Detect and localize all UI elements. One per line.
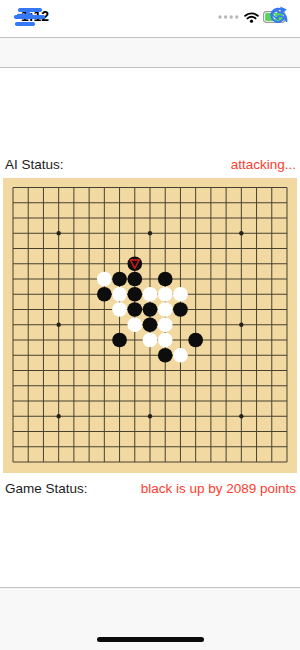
board-grid <box>3 178 297 473</box>
black-stone <box>127 302 142 317</box>
white-stone <box>158 287 173 302</box>
app-screen: 1:12 AI Status: attacking. <box>0 0 300 650</box>
white-stone <box>158 317 173 332</box>
black-stone <box>143 317 158 332</box>
black-stone <box>158 348 173 363</box>
restart-game-button[interactable] <box>269 6 287 25</box>
game-status-row: Game Status: black is up by 2089 points <box>5 481 296 496</box>
refresh-icon <box>269 6 287 25</box>
white-stone <box>158 333 173 348</box>
cellular-signal-icon <box>218 14 240 20</box>
white-stone <box>112 287 127 302</box>
white-stone <box>173 348 188 363</box>
black-stone <box>112 333 127 348</box>
black-stone <box>158 272 173 287</box>
black-stone <box>188 333 203 348</box>
home-indicator[interactable] <box>97 637 204 642</box>
black-stone <box>97 287 112 302</box>
ai-status-value: attacking... <box>231 157 296 172</box>
black-stone <box>173 302 188 317</box>
menu-lines-icon <box>18 8 42 12</box>
moves-menu-button[interactable] <box>14 8 45 26</box>
wifi-icon <box>244 12 259 23</box>
top-toolbar <box>0 37 300 68</box>
black-stone <box>127 287 142 302</box>
black-stone <box>143 302 158 317</box>
game-status-value: black is up by 2089 points <box>141 481 296 496</box>
black-stone <box>112 272 127 287</box>
white-stone <box>112 302 127 317</box>
black-stone <box>127 272 142 287</box>
white-stone <box>127 317 142 332</box>
white-stone <box>143 333 158 348</box>
go-board[interactable] <box>3 178 297 473</box>
white-stone <box>143 287 158 302</box>
game-status-label: Game Status: <box>5 481 88 496</box>
ai-status-label: AI Status: <box>5 157 64 172</box>
white-stone <box>173 287 188 302</box>
white-stone <box>158 302 173 317</box>
ai-status-row: AI Status: attacking... <box>5 157 296 172</box>
white-stone <box>97 272 112 287</box>
